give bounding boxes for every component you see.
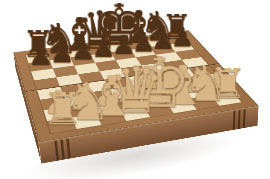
chess-set-photo: ♜♞♝♛♚♝♞♜♟♟♟♟♟♟♟♟♟♟♟♟♟♟♟♟♜♞♝♛♚♝♞♜ — [0, 0, 270, 179]
spine-groove — [60, 139, 64, 160]
spine-groove — [54, 140, 59, 161]
spine-groove — [243, 109, 246, 128]
piece-black-pawn[interactable]: ♟ — [0, 45, 89, 67]
spine-groove — [66, 138, 70, 158]
square-a7[interactable]: ♟ — [28, 60, 52, 71]
spine-groove — [238, 110, 241, 129]
piece-white-rook[interactable]: ♜ — [5, 92, 120, 127]
spine-groove — [233, 111, 236, 130]
square-a1[interactable]: ♜ — [47, 117, 76, 133]
folding-chess-box: ♜♞♝♛♚♝♞♜♟♟♟♟♟♟♟♟♟♟♟♟♟♟♟♟♜♞♝♛♚♝♞♜ — [13, 30, 258, 142]
